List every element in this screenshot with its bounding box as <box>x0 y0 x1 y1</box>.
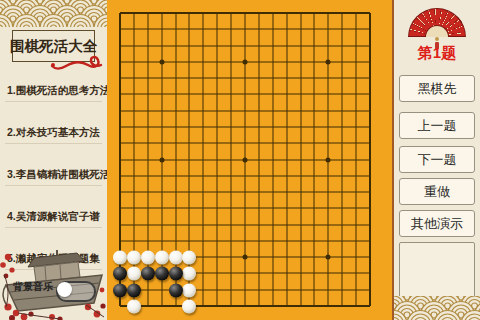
app-window: 围棋死活大全 1.围棋死活的思考方法 2.对杀技巧基本方法 3.李昌镐精讲围棋死… <box>0 0 480 320</box>
stone-black <box>127 283 141 297</box>
wave-pattern-bottom <box>394 296 480 320</box>
hoshi-point <box>159 157 164 162</box>
bgm-toggle-knob[interactable] <box>57 282 72 297</box>
hoshi-point <box>243 157 248 162</box>
grid-line <box>120 289 370 290</box>
hoshi-point <box>159 59 164 64</box>
stone-black <box>113 283 127 297</box>
fan-pin <box>435 37 439 41</box>
prev-problem-button[interactable]: 上一题 <box>399 112 475 139</box>
hoshi-point <box>326 59 331 64</box>
grid-line <box>272 13 273 306</box>
grid-line <box>120 192 370 193</box>
stone-black <box>169 267 183 281</box>
bgm-label: 背景音乐 <box>13 280 53 294</box>
right-sidebar: 第1题 黑棋先 上一题 下一题 重做 其他演示 <box>392 0 480 320</box>
stone-white <box>182 283 196 297</box>
other-demos-button[interactable]: 其他演示 <box>399 210 475 237</box>
stone-black <box>155 267 169 281</box>
stone-white <box>182 267 196 281</box>
grid-line <box>356 13 357 306</box>
grid-line <box>120 240 370 241</box>
stone-black <box>169 283 183 297</box>
menu-item-3[interactable]: 3.李昌镐精讲围棋死活 <box>5 144 102 186</box>
grid-line <box>286 13 287 306</box>
stone-white <box>182 300 196 314</box>
stone-white <box>155 251 169 265</box>
wave-pattern-top <box>0 0 107 27</box>
hoshi-point <box>326 255 331 260</box>
stone-black <box>113 267 127 281</box>
menu-item-1[interactable]: 1.围棋死活的思考方法 <box>5 60 102 102</box>
fan-icon <box>408 8 466 37</box>
answer-panel <box>399 242 475 301</box>
grid-line <box>314 13 315 306</box>
stone-white <box>127 267 141 281</box>
left-sidebar: 围棋死活大全 1.围棋死活的思考方法 2.对杀技巧基本方法 3.李昌镐精讲围棋死… <box>0 0 107 320</box>
grid-line <box>342 13 343 306</box>
problem-number-label: 第1题 <box>394 44 480 63</box>
hoshi-point <box>326 157 331 162</box>
hoshi-point <box>243 255 248 260</box>
stone-white <box>169 251 183 265</box>
grid-line <box>120 305 370 307</box>
grid-line <box>300 13 301 306</box>
stone-white <box>182 251 196 265</box>
next-problem-button[interactable]: 下一题 <box>399 146 475 173</box>
stone-white <box>127 300 141 314</box>
grid-line <box>258 13 259 306</box>
stone-white <box>113 251 127 265</box>
grid-line <box>120 224 370 225</box>
grid-line <box>369 13 371 306</box>
stone-white <box>127 251 141 265</box>
black-first-button[interactable]: 黑棋先 <box>399 75 475 102</box>
go-board[interactable] <box>120 13 370 306</box>
menu-item-4[interactable]: 4.吴清源解说官子谱 <box>5 186 102 228</box>
grid-line <box>120 208 370 209</box>
board-area <box>107 0 392 320</box>
bgm-toggle[interactable] <box>56 281 96 302</box>
chapter-menu: 1.围棋死活的思考方法 2.对杀技巧基本方法 3.李昌镐精讲围棋死活 4.吴清源… <box>5 60 102 270</box>
hoshi-point <box>243 59 248 64</box>
stone-white <box>141 251 155 265</box>
grid-line <box>120 175 370 176</box>
stone-black <box>141 267 155 281</box>
menu-item-2[interactable]: 2.对杀技巧基本方法 <box>5 102 102 144</box>
redo-button[interactable]: 重做 <box>399 178 475 205</box>
